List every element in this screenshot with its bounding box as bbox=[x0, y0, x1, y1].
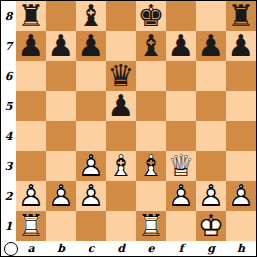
piece-black-bishop[interactable]: ♝ bbox=[136, 31, 166, 61]
square-a4[interactable] bbox=[16, 121, 46, 151]
square-c2[interactable]: ♟♙ bbox=[76, 181, 106, 211]
square-a3[interactable] bbox=[16, 151, 46, 181]
square-f7[interactable]: ♟ bbox=[166, 31, 196, 61]
square-a6[interactable] bbox=[16, 61, 46, 91]
rank-label-6: 6 bbox=[1, 61, 16, 91]
file-label-b: b bbox=[46, 241, 76, 256]
piece-white-king[interactable]: ♚♔ bbox=[196, 211, 226, 241]
square-c7[interactable]: ♟ bbox=[76, 31, 106, 61]
rank-labels: 87654321 bbox=[1, 1, 16, 241]
square-e1[interactable]: ♜♖ bbox=[136, 211, 166, 241]
square-a5[interactable] bbox=[16, 91, 46, 121]
square-h6[interactable] bbox=[226, 61, 256, 91]
square-d4[interactable] bbox=[106, 121, 136, 151]
file-label-h: h bbox=[226, 241, 256, 256]
square-d8[interactable] bbox=[106, 1, 136, 31]
piece-white-bishop[interactable]: ♝♗ bbox=[106, 151, 136, 181]
piece-black-king[interactable]: ♚ bbox=[136, 1, 166, 31]
square-e8[interactable]: ♚ bbox=[136, 1, 166, 31]
rank-label-3: 3 bbox=[1, 151, 16, 181]
square-h1[interactable] bbox=[226, 211, 256, 241]
piece-black-pawn[interactable]: ♟ bbox=[46, 31, 76, 61]
square-a7[interactable]: ♟ bbox=[16, 31, 46, 61]
piece-white-pawn[interactable]: ♟♙ bbox=[16, 181, 46, 211]
piece-black-bishop[interactable]: ♝ bbox=[76, 1, 106, 31]
square-b1[interactable] bbox=[46, 211, 76, 241]
piece-white-pawn[interactable]: ♟♙ bbox=[166, 181, 196, 211]
piece-white-bishop[interactable]: ♝♗ bbox=[136, 151, 166, 181]
rank-label-7: 7 bbox=[1, 31, 16, 61]
square-c8[interactable]: ♝ bbox=[76, 1, 106, 31]
rank-label-8: 8 bbox=[1, 1, 16, 31]
square-h3[interactable] bbox=[226, 151, 256, 181]
white-to-move-indicator bbox=[4, 242, 18, 256]
square-c6[interactable] bbox=[76, 61, 106, 91]
square-f2[interactable]: ♟♙ bbox=[166, 181, 196, 211]
piece-black-pawn[interactable]: ♟ bbox=[16, 31, 46, 61]
square-b4[interactable] bbox=[46, 121, 76, 151]
square-g4[interactable] bbox=[196, 121, 226, 151]
square-h5[interactable] bbox=[226, 91, 256, 121]
square-b5[interactable] bbox=[46, 91, 76, 121]
square-f5[interactable] bbox=[166, 91, 196, 121]
piece-white-pawn[interactable]: ♟♙ bbox=[196, 181, 226, 211]
square-f1[interactable] bbox=[166, 211, 196, 241]
rank-label-1: 1 bbox=[1, 211, 16, 241]
piece-black-pawn[interactable]: ♟ bbox=[76, 31, 106, 61]
square-c3[interactable]: ♟♙ bbox=[76, 151, 106, 181]
square-d7[interactable] bbox=[106, 31, 136, 61]
file-label-a: a bbox=[16, 241, 46, 256]
square-d3[interactable]: ♝♗ bbox=[106, 151, 136, 181]
piece-white-pawn[interactable]: ♟♙ bbox=[76, 151, 106, 181]
square-a2[interactable]: ♟♙ bbox=[16, 181, 46, 211]
square-c4[interactable] bbox=[76, 121, 106, 151]
square-h7[interactable]: ♟ bbox=[226, 31, 256, 61]
piece-black-pawn[interactable]: ♟ bbox=[196, 31, 226, 61]
piece-black-rook[interactable]: ♜ bbox=[16, 1, 46, 31]
chess-diagram: 87654321 ♜♝♚♜♟♟♟♝♟♟♟♛♟♟♙♝♗♝♗♛♕♟♙♟♙♟♙♟♙♟♙… bbox=[0, 0, 257, 257]
file-label-d: d bbox=[106, 241, 136, 256]
square-e5[interactable] bbox=[136, 91, 166, 121]
square-e2[interactable] bbox=[136, 181, 166, 211]
file-labels: abcdefgh bbox=[16, 241, 256, 256]
square-e7[interactable]: ♝ bbox=[136, 31, 166, 61]
square-g6[interactable] bbox=[196, 61, 226, 91]
piece-black-pawn[interactable]: ♟ bbox=[106, 91, 136, 121]
square-b2[interactable]: ♟♙ bbox=[46, 181, 76, 211]
square-g8[interactable] bbox=[196, 1, 226, 31]
piece-black-queen[interactable]: ♛ bbox=[106, 61, 136, 91]
square-a1[interactable]: ♜♖ bbox=[16, 211, 46, 241]
square-b8[interactable] bbox=[46, 1, 76, 31]
square-h4[interactable] bbox=[226, 121, 256, 151]
square-h2[interactable]: ♟♙ bbox=[226, 181, 256, 211]
square-f8[interactable] bbox=[166, 1, 196, 31]
piece-white-pawn[interactable]: ♟♙ bbox=[76, 181, 106, 211]
rank-label-2: 2 bbox=[1, 181, 16, 211]
rank-label-4: 4 bbox=[1, 121, 16, 151]
file-label-c: c bbox=[76, 241, 106, 256]
square-c5[interactable] bbox=[76, 91, 106, 121]
square-d2[interactable] bbox=[106, 181, 136, 211]
square-d5[interactable]: ♟ bbox=[106, 91, 136, 121]
square-b6[interactable] bbox=[46, 61, 76, 91]
piece-white-pawn[interactable]: ♟♙ bbox=[226, 181, 256, 211]
square-e3[interactable]: ♝♗ bbox=[136, 151, 166, 181]
piece-white-pawn[interactable]: ♟♙ bbox=[46, 181, 76, 211]
square-g5[interactable] bbox=[196, 91, 226, 121]
piece-white-rook[interactable]: ♜♖ bbox=[136, 211, 166, 241]
square-b3[interactable] bbox=[46, 151, 76, 181]
square-f4[interactable] bbox=[166, 121, 196, 151]
square-h8[interactable]: ♜ bbox=[226, 1, 256, 31]
square-c1[interactable] bbox=[76, 211, 106, 241]
square-d1[interactable] bbox=[106, 211, 136, 241]
piece-black-rook[interactable]: ♜ bbox=[226, 1, 256, 31]
rank-label-5: 5 bbox=[1, 91, 16, 121]
piece-black-pawn[interactable]: ♟ bbox=[226, 31, 256, 61]
square-d6[interactable]: ♛ bbox=[106, 61, 136, 91]
file-label-f: f bbox=[166, 241, 196, 256]
square-a8[interactable]: ♜ bbox=[16, 1, 46, 31]
file-label-g: g bbox=[196, 241, 226, 256]
square-g3[interactable] bbox=[196, 151, 226, 181]
square-g2[interactable]: ♟♙ bbox=[196, 181, 226, 211]
square-g1[interactable]: ♚♔ bbox=[196, 211, 226, 241]
square-e6[interactable] bbox=[136, 61, 166, 91]
piece-white-queen[interactable]: ♛♕ bbox=[166, 151, 196, 181]
square-g7[interactable]: ♟ bbox=[196, 31, 226, 61]
chess-board: ♜♝♚♜♟♟♟♝♟♟♟♛♟♟♙♝♗♝♗♛♕♟♙♟♙♟♙♟♙♟♙♟♙♜♖♜♖♚♔ bbox=[16, 1, 256, 241]
piece-white-rook[interactable]: ♜♖ bbox=[16, 211, 46, 241]
square-b7[interactable]: ♟ bbox=[46, 31, 76, 61]
file-label-e: e bbox=[136, 241, 166, 256]
square-f6[interactable] bbox=[166, 61, 196, 91]
square-e4[interactable] bbox=[136, 121, 166, 151]
piece-black-pawn[interactable]: ♟ bbox=[166, 31, 196, 61]
square-f3[interactable]: ♛♕ bbox=[166, 151, 196, 181]
